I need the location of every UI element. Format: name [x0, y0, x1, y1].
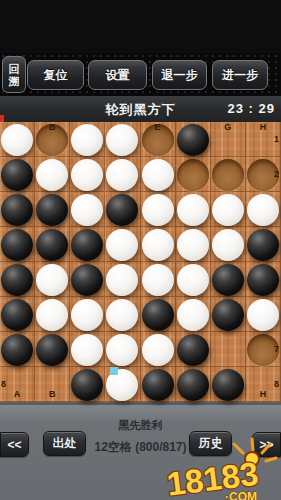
top-toolbar: 回 溯 复位 设置 退一步 进一步	[0, 53, 281, 96]
cell-B5[interactable]	[35, 262, 70, 297]
white-disc	[177, 299, 209, 331]
cell-A7[interactable]: 7	[0, 332, 35, 367]
row-label-right: 2	[274, 170, 279, 179]
cell-G5[interactable]	[211, 262, 246, 297]
go-first-button[interactable]: <<	[0, 432, 29, 457]
history-button[interactable]: 历史	[189, 431, 232, 456]
white-disc	[177, 229, 209, 261]
step-forward-button[interactable]: 进一步	[212, 60, 268, 90]
watermark-text: 18183	[165, 455, 261, 500]
cell-A2[interactable]: 2	[0, 157, 35, 192]
watermark-suffix: ·COM	[225, 490, 257, 500]
cell-F5[interactable]	[176, 262, 211, 297]
cell-C5[interactable]	[70, 262, 105, 297]
white-disc	[71, 159, 103, 191]
cell-H7[interactable]: 7	[246, 332, 281, 367]
white-disc	[142, 159, 174, 191]
cell-E2[interactable]	[141, 157, 176, 192]
black-disc	[36, 194, 68, 226]
cell-C6[interactable]	[70, 297, 105, 332]
cell-H8[interactable]: H8	[246, 367, 281, 402]
last-move-marker	[110, 367, 118, 375]
bottom-bar: << 出处 黑先胜利 12空格 (800/817) 历史 >> 18183 ·C…	[0, 402, 281, 500]
white-disc	[106, 159, 138, 191]
cell-E4[interactable]	[141, 227, 176, 262]
black-disc	[1, 194, 33, 226]
black-disc	[36, 229, 68, 261]
row-label-left: 8	[1, 380, 6, 389]
cell-E7[interactable]	[141, 332, 176, 367]
cell-F4[interactable]	[176, 227, 211, 262]
cell-G7[interactable]	[211, 332, 246, 367]
black-disc	[1, 299, 33, 331]
black-disc	[212, 299, 244, 331]
cell-D7[interactable]	[105, 332, 140, 367]
black-disc	[212, 369, 244, 401]
black-disc	[1, 264, 33, 296]
black-disc	[142, 299, 174, 331]
white-disc	[212, 229, 244, 261]
cell-B6[interactable]	[35, 297, 70, 332]
black-disc	[177, 124, 209, 156]
column-label-bottom: H	[260, 390, 267, 399]
legal-move-hint[interactable]	[212, 159, 244, 191]
cell-H6[interactable]: 6	[246, 297, 281, 332]
cell-D5[interactable]	[105, 262, 140, 297]
step-back-button[interactable]: 退一步	[152, 60, 207, 90]
cell-E1[interactable]: E	[141, 122, 176, 157]
white-disc	[142, 229, 174, 261]
cell-F3[interactable]	[176, 192, 211, 227]
cell-H3[interactable]: 3	[246, 192, 281, 227]
cell-A5[interactable]: 5	[0, 262, 35, 297]
cell-E8[interactable]: E	[141, 367, 176, 402]
game-clock: 23 : 29	[228, 101, 275, 116]
white-disc	[1, 124, 33, 156]
cell-F8[interactable]: F	[176, 367, 211, 402]
cell-H1[interactable]: H1	[246, 122, 281, 157]
cell-C8[interactable]: C	[70, 367, 105, 402]
cell-B2[interactable]	[35, 157, 70, 192]
black-disc	[71, 229, 103, 261]
column-label-top: G	[224, 123, 231, 132]
cell-D1[interactable]: D	[105, 122, 140, 157]
cell-B1[interactable]: B	[35, 122, 70, 157]
white-disc	[247, 194, 279, 226]
cell-A8[interactable]: A8	[0, 367, 35, 402]
row-label-right: 7	[274, 345, 279, 354]
column-label-bottom: A	[14, 390, 21, 399]
legal-move-hint[interactable]	[177, 159, 209, 191]
settings-button[interactable]: 设置	[88, 60, 147, 90]
cell-B8[interactable]: B	[35, 367, 70, 402]
white-disc	[71, 299, 103, 331]
white-disc	[177, 264, 209, 296]
app-screen: 回 溯 复位 设置 退一步 进一步 轮到黑方下 23 : 29 A1BCDEFG…	[0, 0, 281, 500]
cell-F7[interactable]	[176, 332, 211, 367]
white-disc	[177, 194, 209, 226]
cell-F6[interactable]	[176, 297, 211, 332]
white-disc	[212, 194, 244, 226]
cell-C2[interactable]	[70, 157, 105, 192]
black-disc	[177, 334, 209, 366]
column-label-top: E	[155, 123, 161, 132]
column-label-bottom: B	[49, 390, 56, 399]
board: A1BCDEFGH1223344556677A8BCDEFGH8	[0, 122, 281, 402]
rollback-button[interactable]: 回 溯	[2, 56, 26, 93]
cell-G4[interactable]	[211, 227, 246, 262]
row-label-right: 1	[274, 135, 279, 144]
black-disc	[177, 369, 209, 401]
cell-F1[interactable]: F	[176, 122, 211, 157]
cell-D8[interactable]: D	[105, 367, 140, 402]
column-label-top: B	[49, 123, 56, 132]
black-disc	[71, 264, 103, 296]
white-disc	[247, 299, 279, 331]
cell-C1[interactable]: C	[70, 122, 105, 157]
white-disc	[36, 159, 68, 191]
white-disc	[71, 124, 103, 156]
black-disc	[36, 334, 68, 366]
cell-A1[interactable]: A1	[0, 122, 35, 157]
cell-E5[interactable]	[141, 262, 176, 297]
black-disc	[1, 229, 33, 261]
white-disc	[106, 124, 138, 156]
cell-A6[interactable]: 6	[0, 297, 35, 332]
column-label-top: H	[260, 123, 267, 132]
cell-A3[interactable]: 3	[0, 192, 35, 227]
cell-D3[interactable]	[105, 192, 140, 227]
cell-D2[interactable]	[105, 157, 140, 192]
white-disc	[106, 264, 138, 296]
cell-G3[interactable]	[211, 192, 246, 227]
white-disc	[106, 229, 138, 261]
cell-C3[interactable]	[70, 192, 105, 227]
black-disc	[1, 334, 33, 366]
cell-A4[interactable]: 4	[0, 227, 35, 262]
cell-G8[interactable]: G	[211, 367, 246, 402]
white-disc	[71, 334, 103, 366]
cell-F2[interactable]	[176, 157, 211, 192]
white-disc	[36, 299, 68, 331]
go-last-button[interactable]: >>	[252, 432, 281, 457]
cell-H2[interactable]: 2	[246, 157, 281, 192]
black-disc	[142, 369, 174, 401]
reset-button[interactable]: 复位	[27, 60, 84, 90]
black-disc	[1, 159, 33, 191]
red-edge-mark	[0, 115, 4, 122]
white-disc	[142, 264, 174, 296]
cell-H4[interactable]: 4	[246, 227, 281, 262]
black-disc	[106, 194, 138, 226]
black-disc	[212, 264, 244, 296]
cell-H5[interactable]: 5	[246, 262, 281, 297]
white-disc	[36, 264, 68, 296]
black-disc	[247, 264, 279, 296]
cell-G1[interactable]: G	[211, 122, 246, 157]
cell-G2[interactable]	[211, 157, 246, 192]
cell-D4[interactable]	[105, 227, 140, 262]
cell-B4[interactable]	[35, 227, 70, 262]
black-disc	[247, 229, 279, 261]
cell-E6[interactable]	[141, 297, 176, 332]
white-disc	[106, 299, 138, 331]
white-disc	[142, 194, 174, 226]
cell-E3[interactable]	[141, 192, 176, 227]
cell-C7[interactable]	[70, 332, 105, 367]
status-bar: 轮到黑方下 23 : 29	[0, 96, 281, 122]
white-disc	[106, 334, 138, 366]
cell-G6[interactable]	[211, 297, 246, 332]
cell-C4[interactable]	[70, 227, 105, 262]
row-label-right: 8	[274, 380, 279, 389]
black-disc	[71, 369, 103, 401]
cell-B7[interactable]	[35, 332, 70, 367]
white-disc	[142, 334, 174, 366]
white-disc	[71, 194, 103, 226]
cell-B3[interactable]	[35, 192, 70, 227]
cell-D6[interactable]	[105, 297, 140, 332]
